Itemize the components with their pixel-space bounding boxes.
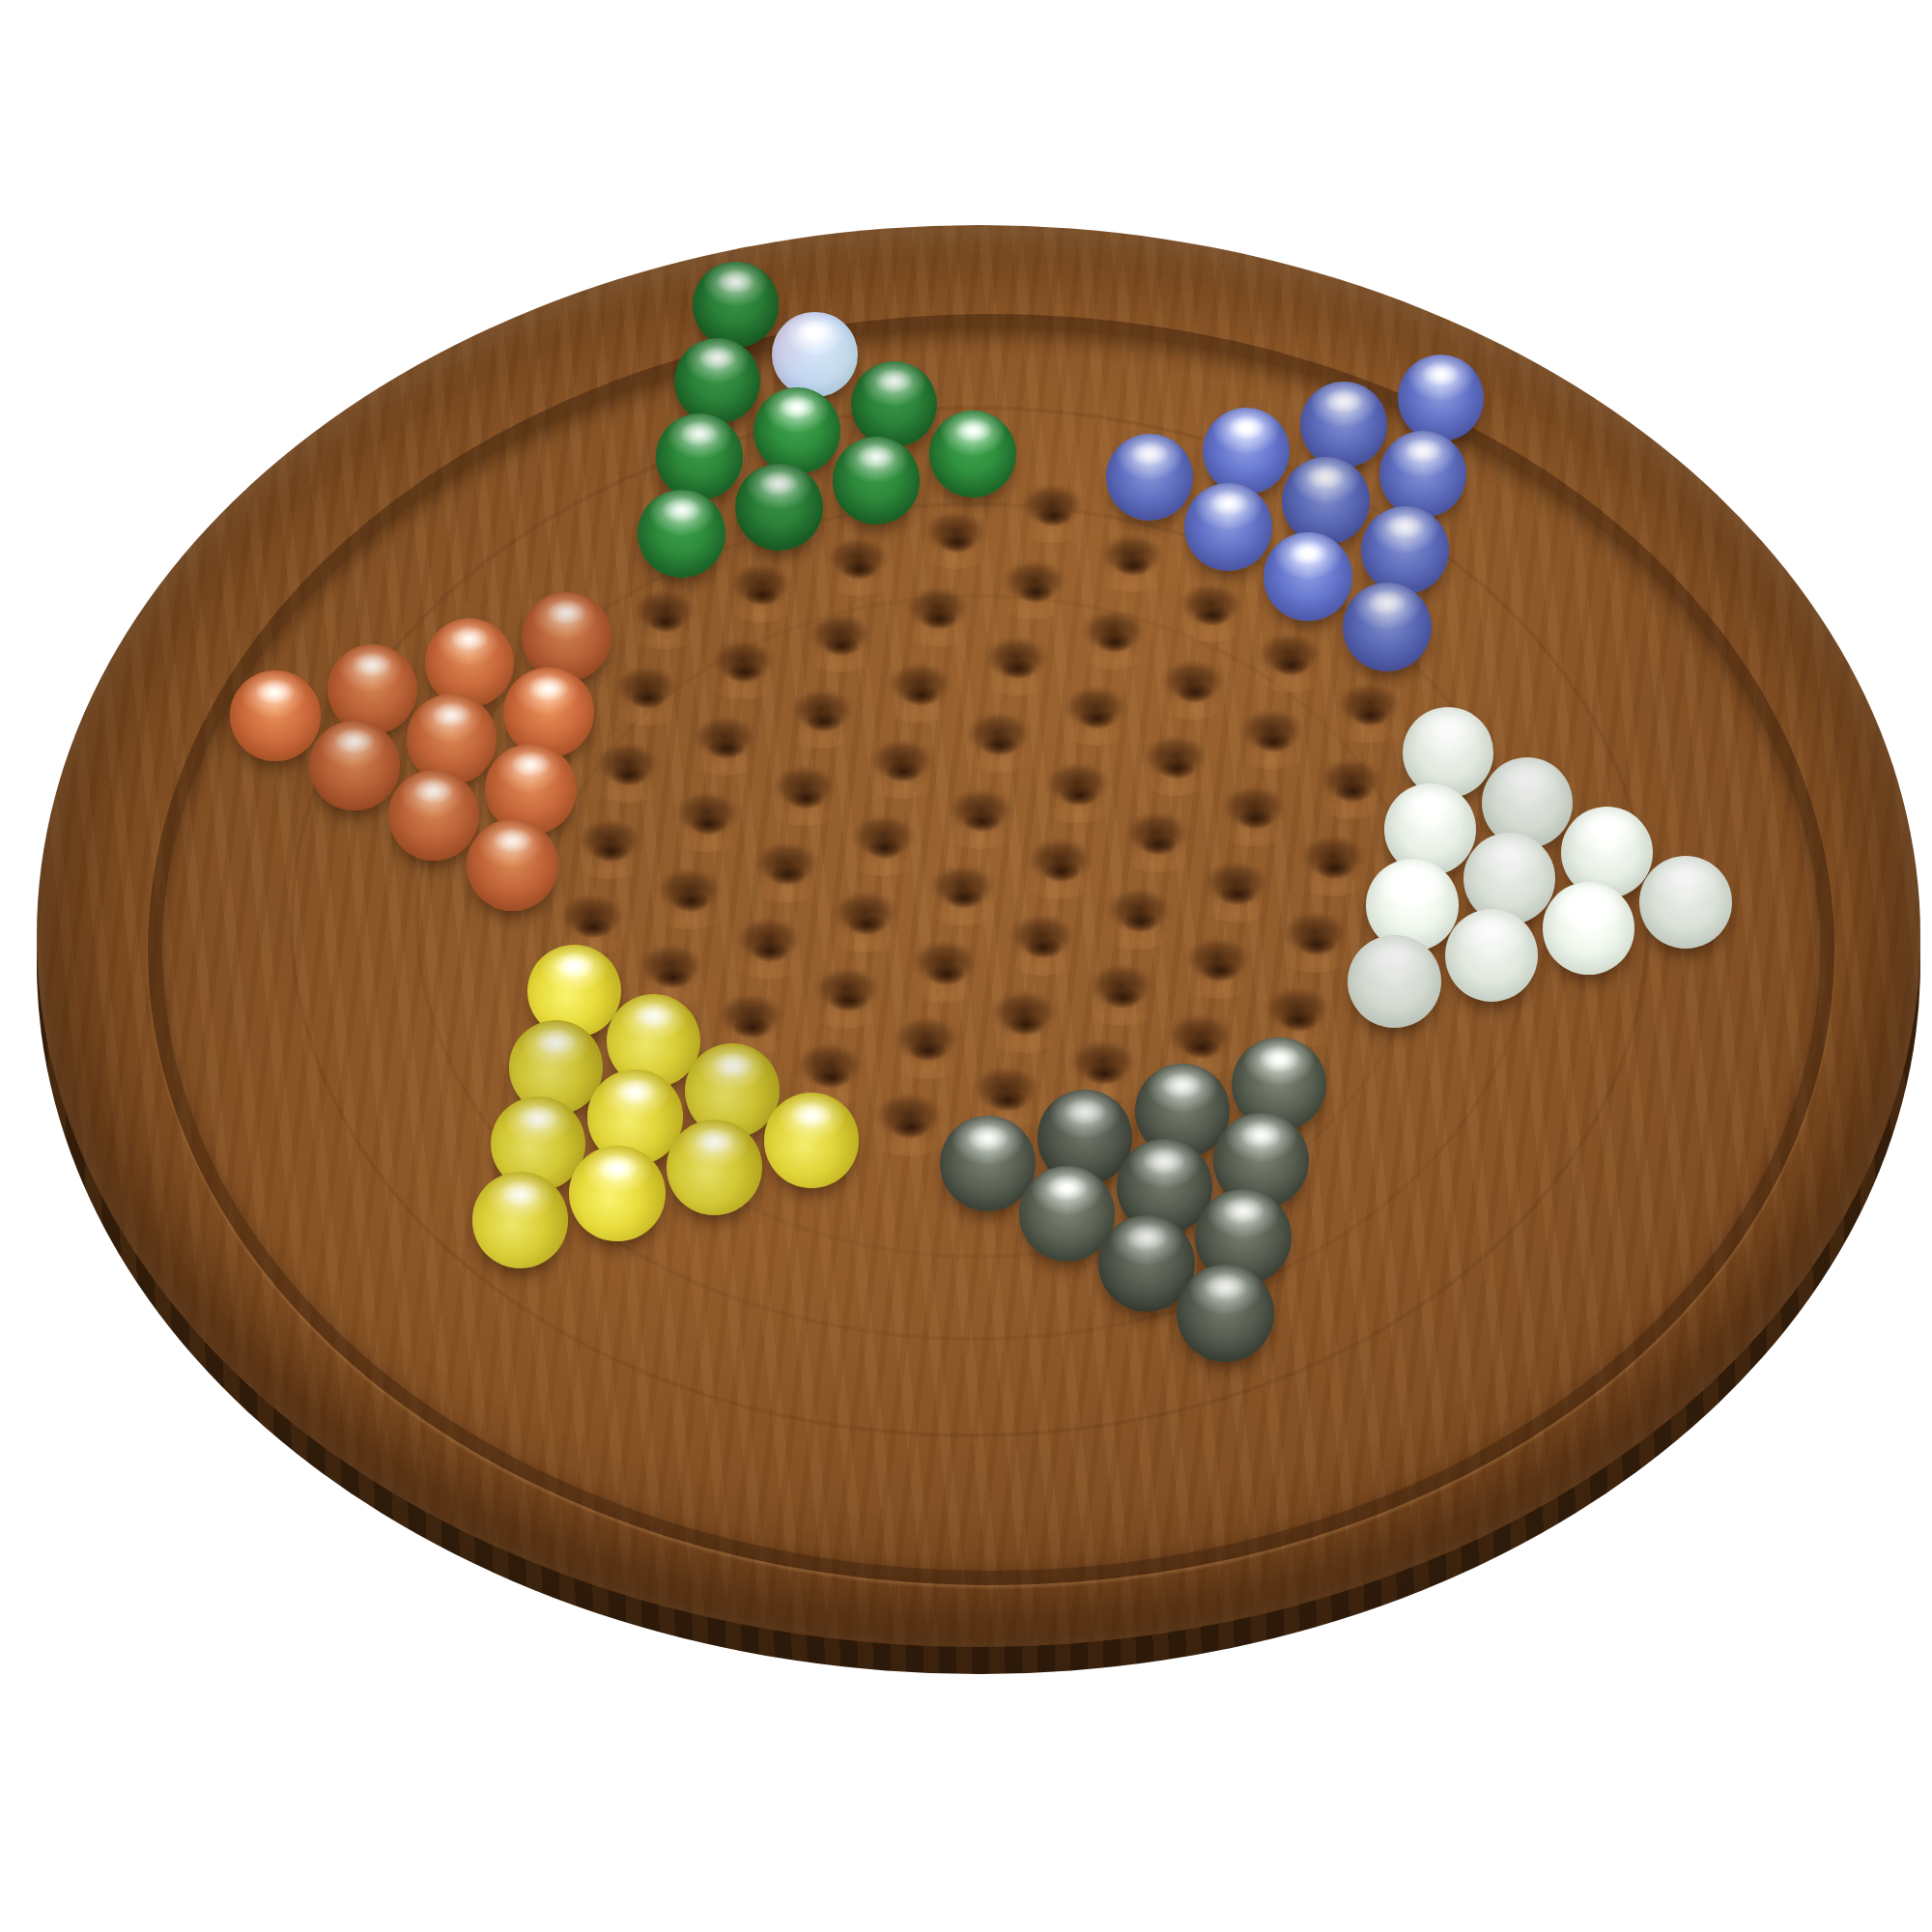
marble-blue[interactable] (1106, 434, 1193, 521)
marble-blue[interactable] (1379, 431, 1466, 518)
marble-blue[interactable] (1184, 483, 1272, 571)
marble-yellow[interactable] (472, 1172, 569, 1268)
marble-green[interactable] (772, 312, 858, 398)
marble-green[interactable] (693, 262, 778, 347)
marble-green[interactable] (674, 338, 760, 424)
marble-orange[interactable] (230, 670, 320, 760)
marble-yellow[interactable] (764, 1093, 860, 1188)
marble-orange[interactable] (425, 618, 515, 708)
marble-blue[interactable] (1264, 532, 1352, 621)
marble-blue[interactable] (1398, 355, 1484, 440)
marble-orange[interactable] (327, 644, 417, 734)
marble-orange[interactable] (407, 694, 497, 784)
marble-orange[interactable] (522, 592, 611, 681)
chinese-checkers-scene: Round dark wooden Chinese checkers (Ster… (0, 0, 1932, 1932)
marble-blue[interactable] (1343, 582, 1432, 671)
marble-green[interactable] (656, 413, 743, 500)
marble-white[interactable] (1639, 856, 1732, 949)
marble-orange[interactable] (503, 668, 593, 757)
marble-white[interactable] (1543, 882, 1635, 975)
marble-blue[interactable] (1203, 408, 1290, 495)
marble-yellow[interactable] (569, 1146, 665, 1241)
marble-orange[interactable] (467, 819, 558, 911)
marble-orange[interactable] (388, 770, 480, 862)
marble-green[interactable] (735, 464, 823, 552)
marble-white[interactable] (1348, 935, 1441, 1029)
marble-layer (0, 0, 1932, 1932)
marble-yellow[interactable] (667, 1120, 762, 1215)
marble-green[interactable] (929, 411, 1016, 497)
marble-green[interactable] (833, 437, 920, 524)
marble-orange[interactable] (309, 721, 400, 811)
marble-blue[interactable] (1282, 457, 1370, 545)
marble-black[interactable] (1177, 1264, 1274, 1362)
marble-green[interactable] (851, 361, 937, 447)
marble-white[interactable] (1445, 909, 1538, 1002)
marble-green[interactable] (638, 490, 725, 578)
marble-blue[interactable] (1300, 382, 1387, 469)
marble-green[interactable] (753, 387, 840, 474)
marble-blue[interactable] (1361, 506, 1449, 594)
